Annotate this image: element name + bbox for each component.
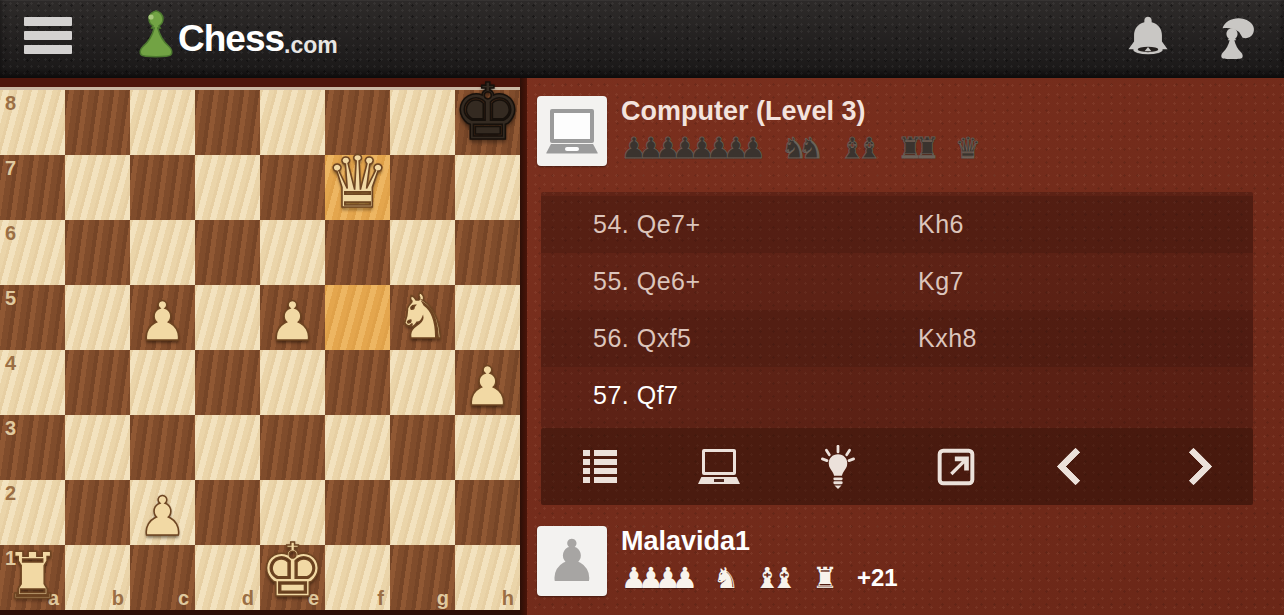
square-b8[interactable]: [65, 90, 130, 155]
white-queen: ♛: [325, 146, 390, 218]
square-a7[interactable]: 7: [0, 155, 65, 220]
next-move-button[interactable]: [1134, 428, 1253, 505]
square-f4[interactable]: [325, 350, 390, 415]
white-pawn: ♟: [138, 489, 186, 543]
top-app-bar: Chess .com: [0, 0, 1284, 78]
square-d2[interactable]: [195, 480, 260, 545]
square-g8[interactable]: [390, 90, 455, 155]
rank-label-1: 1: [5, 547, 16, 570]
square-h2[interactable]: [455, 480, 520, 545]
captured-piece: ♟: [672, 564, 698, 593]
moves-list-button[interactable]: [541, 428, 660, 505]
board-top-edge: [0, 78, 527, 90]
square-c4[interactable]: [130, 350, 195, 415]
material-advantage: +21: [857, 564, 898, 592]
board-right-edge: [520, 78, 527, 615]
move-row-54[interactable]: 54. Qe7+Kh6: [541, 196, 1253, 253]
square-h6[interactable]: [455, 220, 520, 285]
square-e5[interactable]: ♟: [260, 285, 325, 350]
square-f7[interactable]: ♛: [325, 155, 390, 220]
square-d5[interactable]: [195, 285, 260, 350]
square-a3[interactable]: 3: [0, 415, 65, 480]
captured-group: ♜♜: [897, 134, 940, 163]
laptop-icon: [546, 109, 598, 154]
square-e2[interactable]: [260, 480, 325, 545]
white-move[interactable]: 57. Qf7: [593, 381, 918, 410]
square-g7[interactable]: [390, 155, 455, 220]
move-row-55[interactable]: 55. Qe6+Kg7: [541, 253, 1253, 310]
rank-label-4: 4: [5, 352, 16, 375]
square-h8[interactable]: ♚: [455, 90, 520, 155]
white-move[interactable]: 55. Qe6+: [593, 267, 918, 296]
captured-pieces-bottom: ♟♟♟♟♞♝♝♜+21: [621, 563, 898, 593]
square-c7[interactable]: [130, 155, 195, 220]
square-h7[interactable]: [455, 155, 520, 220]
square-a6[interactable]: 6: [0, 220, 65, 285]
pawn-icon: ♟: [546, 532, 598, 590]
rank-label-6: 6: [5, 222, 16, 245]
square-e6[interactable]: [260, 220, 325, 285]
square-g3[interactable]: [390, 415, 455, 480]
file-label-h: h: [502, 587, 514, 610]
captured-group: ♞♞: [781, 134, 824, 163]
captured-group: ♝♝: [754, 564, 797, 593]
rank-label-7: 7: [5, 157, 16, 180]
file-label-a: a: [48, 587, 59, 610]
file-label-d: d: [242, 587, 254, 610]
square-h3[interactable]: [455, 415, 520, 480]
square-g1[interactable]: g: [390, 545, 455, 610]
square-a5[interactable]: 5: [0, 285, 65, 350]
lightbulb-icon: [818, 445, 858, 489]
black-move[interactable]: Kh6: [918, 210, 1253, 239]
user-avatar: ♟: [537, 526, 607, 596]
white-pawn: ♟: [463, 359, 511, 413]
captured-piece: ♞: [713, 564, 739, 593]
square-c2[interactable]: ♟: [130, 480, 195, 545]
file-label-e: e: [308, 587, 319, 610]
logo-tld: .com: [284, 32, 338, 59]
move-list: 54. Qe7+Kh655. Qe6+Kg756. Qxf5Kxh857. Qf…: [541, 192, 1253, 428]
share-button[interactable]: [897, 428, 1016, 505]
square-g6[interactable]: [390, 220, 455, 285]
captured-group: ♜: [812, 564, 838, 593]
toolbar: [541, 428, 1253, 505]
white-move[interactable]: 56. Qxf5: [593, 324, 918, 353]
menu-icon[interactable]: [24, 17, 72, 61]
file-label-f: f: [377, 587, 384, 610]
square-d4[interactable]: [195, 350, 260, 415]
square-g2[interactable]: [390, 480, 455, 545]
captured-piece: ♜: [914, 134, 940, 163]
square-d7[interactable]: [195, 155, 260, 220]
chevron-right-icon: [1175, 447, 1213, 485]
list-icon: [583, 450, 617, 484]
square-e1[interactable]: e♚: [260, 545, 325, 610]
square-c3[interactable]: [130, 415, 195, 480]
square-c5[interactable]: ♟: [130, 285, 195, 350]
captured-group: ♟♟♟♟: [621, 564, 698, 593]
black-move[interactable]: Kg7: [918, 267, 1253, 296]
logo-text: Chess: [178, 18, 284, 60]
square-f2[interactable]: [325, 480, 390, 545]
square-b2[interactable]: [65, 480, 130, 545]
black-move[interactable]: Kxh8: [918, 324, 1253, 353]
previous-move-button[interactable]: [1016, 428, 1135, 505]
rank-label-8: 8: [5, 92, 16, 115]
logo-pawn-icon: [134, 8, 178, 70]
square-f5[interactable]: [325, 285, 390, 350]
computer-avatar: [537, 96, 607, 166]
white-pawn: ♟: [138, 294, 186, 348]
square-e3[interactable]: [260, 415, 325, 480]
square-e7[interactable]: [260, 155, 325, 220]
chess-board: 8♚7♛65♟♟♞4♟32♟1a♜bcde♚fgh: [0, 90, 520, 610]
square-g5[interactable]: ♞: [390, 285, 455, 350]
captured-piece: ♜: [812, 564, 838, 593]
player-top-name: Computer (Level 3): [621, 97, 996, 127]
captured-group: ♛: [955, 134, 981, 163]
file-label-g: g: [437, 587, 449, 610]
hint-button[interactable]: [778, 428, 897, 505]
square-h5[interactable]: [455, 285, 520, 350]
open-external-icon: [935, 446, 977, 488]
white-knight: ♞: [395, 286, 451, 348]
move-row-56[interactable]: 56. Qxf5Kxh8: [541, 310, 1253, 367]
chess-app: Chess .com 8♚7♛65♟♟♞4♟32♟1a♜bcde♚fgh: [0, 0, 1284, 615]
white-pawn: ♟: [268, 294, 316, 348]
square-c8[interactable]: [130, 90, 195, 155]
square-e4[interactable]: [260, 350, 325, 415]
file-label-c: c: [178, 587, 189, 610]
game-panel: Computer (Level 3) ♟♟♟♟♟♟♟♟♞♞♝♝♜♜♛ 54. Q…: [527, 78, 1284, 615]
captured-pieces-top: ♟♟♟♟♟♟♟♟♞♞♝♝♜♜♛: [621, 133, 996, 163]
square-a1[interactable]: 1a♜: [0, 545, 65, 610]
file-label-b: b: [112, 587, 124, 610]
square-h1[interactable]: h: [455, 545, 520, 610]
square-d3[interactable]: [195, 415, 260, 480]
white-move[interactable]: 54. Qe7+: [593, 210, 918, 239]
notifications-bell-icon[interactable]: [1126, 14, 1170, 64]
square-h4[interactable]: ♟: [455, 350, 520, 415]
square-b7[interactable]: [65, 155, 130, 220]
square-a4[interactable]: 4: [0, 350, 65, 415]
captured-group: ♝♝: [839, 134, 882, 163]
captured-piece: ♞: [798, 134, 824, 163]
square-b1[interactable]: b: [65, 545, 130, 610]
captured-piece: ♝: [856, 134, 882, 163]
laptop-icon: [698, 449, 740, 484]
player-bottom-name: Malavida1: [621, 527, 898, 557]
square-c1[interactable]: c: [130, 545, 195, 610]
square-c6[interactable]: [130, 220, 195, 285]
square-b4[interactable]: [65, 350, 130, 415]
captured-group: ♟♟♟♟♟♟♟♟: [621, 134, 766, 163]
square-f8[interactable]: [325, 90, 390, 155]
computer-button[interactable]: [660, 428, 779, 505]
move-row-57[interactable]: 57. Qf7: [541, 367, 1253, 424]
square-d1[interactable]: d: [195, 545, 260, 610]
square-d8[interactable]: [195, 90, 260, 155]
square-b3[interactable]: [65, 415, 130, 480]
square-d6[interactable]: [195, 220, 260, 285]
square-e8[interactable]: [260, 90, 325, 155]
rank-label-3: 3: [5, 417, 16, 440]
board-bottom-edge: [0, 610, 527, 615]
square-g4[interactable]: [390, 350, 455, 415]
square-a8[interactable]: 8: [0, 90, 65, 155]
square-a2[interactable]: 2: [0, 480, 65, 545]
chevron-left-icon: [1056, 447, 1094, 485]
challenge-hand-pawn-icon[interactable]: [1206, 14, 1258, 68]
square-f6[interactable]: [325, 220, 390, 285]
square-f3[interactable]: [325, 415, 390, 480]
rank-label-5: 5: [5, 287, 16, 310]
chesscom-logo[interactable]: Chess .com: [134, 6, 338, 72]
square-f1[interactable]: f: [325, 545, 390, 610]
player-top: Computer (Level 3) ♟♟♟♟♟♟♟♟♞♞♝♝♜♜♛: [537, 96, 996, 166]
square-b6[interactable]: [65, 220, 130, 285]
captured-piece: ♛: [955, 134, 981, 163]
captured-piece: ♟: [740, 134, 766, 163]
captured-piece: ♝: [771, 564, 797, 593]
rank-label-2: 2: [5, 482, 16, 505]
player-bottom: ♟ Malavida1 ♟♟♟♟♞♝♝♜+21: [537, 526, 898, 596]
square-b5[interactable]: [65, 285, 130, 350]
captured-group: ♞: [713, 564, 739, 593]
